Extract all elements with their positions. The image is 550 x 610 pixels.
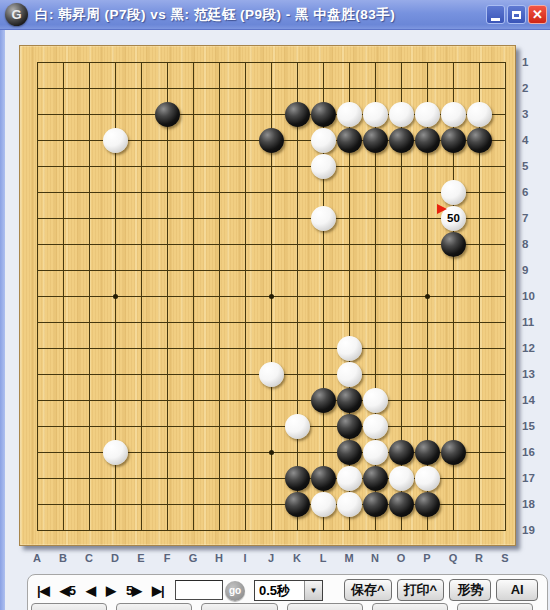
row-label-11: 11 [522,314,548,330]
stone-white-N16 [363,440,388,465]
nav-back-5-button[interactable]: ◀5 [60,583,75,598]
stone-white-L4 [311,128,336,153]
stone-black-P18 [415,492,440,517]
nav-forward-5-button[interactable]: 5▶ [126,583,141,598]
stone-white-N14 [363,388,388,413]
stone-black-N4 [363,128,388,153]
row-label-16: 16 [522,444,548,460]
minimize-button[interactable] [486,5,505,24]
stone-white-N15 [363,414,388,439]
stone-black-M15 [337,414,362,439]
col-label-A: A [24,552,50,566]
col-label-I: I [232,552,258,566]
col-label-F: F [154,552,180,566]
nav-first-button[interactable]: |◀ [37,583,49,598]
action-buttons: 保存^打印^形势AI [344,579,538,601]
stone-black-O18 [389,492,414,517]
stone-white-Q3 [441,102,466,127]
stone-black-F3 [155,102,180,127]
stone-white-M13 [337,362,362,387]
window-frame-left [0,30,5,610]
speed-select-value: 0.5秒 [255,581,304,600]
speed-select[interactable]: 0.5秒 ▼ [254,580,323,601]
row-label-15: 15 [522,418,548,434]
stone-black-N18 [363,492,388,517]
partial-button-3[interactable] [201,603,277,610]
star-point-J10 [269,294,274,299]
stone-white-M18 [337,492,362,517]
stone-black-M4 [337,128,362,153]
row-label-18: 18 [522,496,548,512]
nav-buttons: |◀◀5◀▶5▶▶| [37,583,164,598]
stone-black-L17 [311,466,336,491]
row-label-3: 3 [522,106,548,122]
nav-last-button[interactable]: ▶| [152,583,164,598]
row-label-2: 2 [522,80,548,96]
stone-white-Q6 [441,180,466,205]
nav-back-button[interactable]: ◀ [86,583,95,598]
stone-white-D4 [103,128,128,153]
partial-button-2[interactable] [116,603,192,610]
row-label-1: 1 [522,54,548,70]
stone-white-M12 [337,336,362,361]
go-board[interactable]: 50 [19,45,516,546]
col-label-J: J [258,552,284,566]
row-label-14: 14 [522,392,548,408]
partial-button-row [31,603,533,610]
col-label-O: O [388,552,414,566]
stone-black-R4 [467,128,492,153]
go-button[interactable]: go [225,581,245,601]
stone-black-L14 [311,388,336,413]
stone-white-O17 [389,466,414,491]
stone-white-D16 [103,440,128,465]
stone-black-K3 [285,102,310,127]
col-label-H: H [206,552,232,566]
row-label-5: 5 [522,158,548,174]
stone-black-K17 [285,466,310,491]
row-label-4: 4 [522,132,548,148]
stone-black-M14 [337,388,362,413]
stone-white-O3 [389,102,414,127]
col-label-R: R [466,552,492,566]
row-label-9: 9 [522,262,548,278]
stone-black-O4 [389,128,414,153]
maximize-icon [512,11,521,19]
row-label-13: 13 [522,366,548,382]
partial-button-1[interactable] [31,603,107,610]
stone-white-Q7: 50 [441,206,466,231]
col-label-N: N [362,552,388,566]
ai-button[interactable]: AI [496,579,538,601]
situation-button[interactable]: 形势 [449,579,491,601]
col-label-D: D [102,552,128,566]
stone-white-L5 [311,154,336,179]
close-button[interactable]: ✕ [528,5,547,24]
col-label-P: P [414,552,440,566]
col-label-C: C [76,552,102,566]
stone-white-N3 [363,102,388,127]
stone-white-M17 [337,466,362,491]
move-number-input[interactable] [175,580,223,600]
close-icon: ✕ [532,8,543,21]
col-label-Q: Q [440,552,466,566]
stone-black-M16 [337,440,362,465]
row-label-8: 8 [522,236,548,252]
col-label-B: B [50,552,76,566]
row-label-10: 10 [522,288,548,304]
row-label-6: 6 [522,184,548,200]
stone-white-P3 [415,102,440,127]
star-point-D10 [113,294,118,299]
row-label-7: 7 [522,210,548,226]
chevron-down-icon[interactable]: ▼ [304,581,322,600]
col-label-K: K [284,552,310,566]
row-label-19: 19 [522,522,548,538]
col-label-E: E [128,552,154,566]
partial-button-6[interactable] [457,603,533,610]
star-point-P10 [425,294,430,299]
row-label-12: 12 [522,340,548,356]
col-label-G: G [180,552,206,566]
stone-black-Q4 [441,128,466,153]
row-label-17: 17 [522,470,548,486]
stone-white-L18 [311,492,336,517]
stone-black-P16 [415,440,440,465]
partial-button-4[interactable] [287,603,363,610]
col-label-S: S [492,552,518,566]
titlebar: G 白: 韩昇周 (P7段) vs 黑: 范廷钰 (P9段) - 黑 中盘胜(8… [0,0,550,30]
stone-white-P17 [415,466,440,491]
stone-black-O16 [389,440,414,465]
col-label-M: M [336,552,362,566]
app-icon: G [5,3,28,26]
stone-black-N17 [363,466,388,491]
minimize-icon [491,18,500,21]
stone-white-K15 [285,414,310,439]
stone-black-Q16 [441,440,466,465]
save-button[interactable]: 保存^ [344,579,392,601]
stone-white-M3 [337,102,362,127]
window-controls: ✕ [486,5,547,24]
col-label-L: L [310,552,336,566]
stone-white-R3 [467,102,492,127]
nav-forward-button[interactable]: ▶ [106,583,115,598]
stone-black-P4 [415,128,440,153]
control-panel: |◀◀5◀▶5▶▶| go 0.5秒 ▼ 保存^打印^形势AI [27,574,548,610]
star-point-J16 [269,450,274,455]
app-window: G 白: 韩昇周 (P7段) vs 黑: 范廷钰 (P9段) - 黑 中盘胜(8… [0,0,550,610]
stone-black-Q8 [441,232,466,257]
print-button[interactable]: 打印^ [397,579,445,601]
stone-black-L3 [311,102,336,127]
partial-button-5[interactable] [372,603,448,610]
stone-white-L7 [311,206,336,231]
app-icon-letter: G [11,7,21,22]
window-title: 白: 韩昇周 (P7段) vs 黑: 范廷钰 (P9段) - 黑 中盘胜(83手… [35,6,395,24]
stone-black-J4 [259,128,284,153]
maximize-button[interactable] [507,5,526,24]
stone-white-J13 [259,362,284,387]
stone-black-K18 [285,492,310,517]
